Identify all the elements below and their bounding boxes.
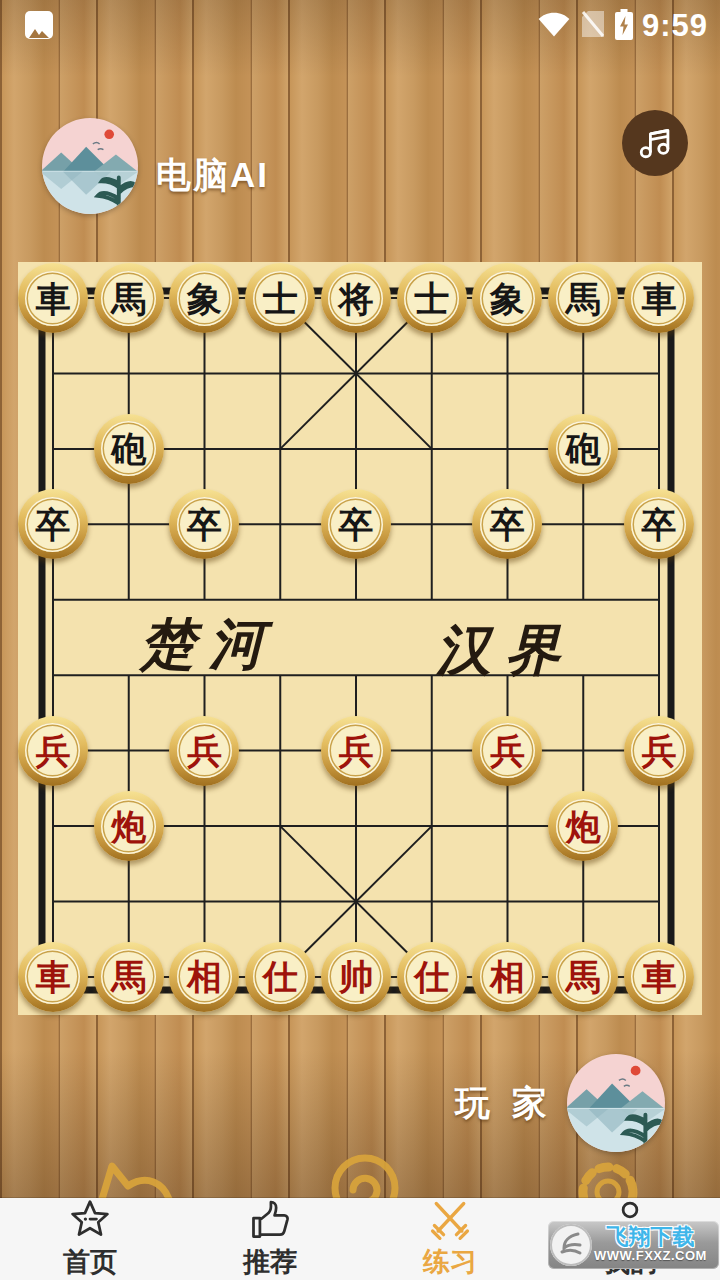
- star-icon: [67, 1198, 113, 1242]
- piece-black-象[interactable]: 象: [470, 260, 546, 335]
- piece-black-卒[interactable]: 卒: [470, 487, 546, 562]
- battery-charging-icon: [615, 9, 633, 44]
- undo-icon: [100, 1166, 170, 1198]
- top-player-name: 电脑AI: [156, 152, 269, 199]
- wifi-icon: [537, 10, 571, 42]
- piece-black-卒[interactable]: 卒: [15, 487, 91, 562]
- piece-red-兵[interactable]: 兵: [318, 713, 394, 788]
- piece-black-士[interactable]: 士: [242, 260, 318, 335]
- piece-grid: 車馬象士将士象馬車砲砲卒卒卒卒卒兵兵兵兵兵炮炮車馬相仕帅仕相馬車: [15, 260, 697, 1014]
- piece-red-車[interactable]: 車: [621, 939, 697, 1014]
- piece-black-砲[interactable]: 砲: [91, 411, 167, 486]
- piece-red-仕[interactable]: 仕: [242, 939, 318, 1014]
- thumbs-up-icon: [247, 1198, 293, 1242]
- piece-red-兵[interactable]: 兵: [470, 713, 546, 788]
- nav-item-recommend[interactable]: 推荐: [180, 1198, 360, 1280]
- watermark: 飞翔下载 WWW.FXXZ.COM: [548, 1221, 719, 1269]
- piece-red-兵[interactable]: 兵: [167, 713, 243, 788]
- top-player-avatar[interactable]: [42, 118, 138, 214]
- piece-black-馬[interactable]: 馬: [545, 260, 621, 335]
- settings-gear-icon: [583, 1167, 633, 1198]
- watermark-url: WWW.FXXZ.COM: [594, 1248, 707, 1264]
- piece-black-卒[interactable]: 卒: [167, 487, 243, 562]
- piece-red-炮[interactable]: 炮: [545, 788, 621, 863]
- crossed-swords-icon: [427, 1198, 473, 1242]
- nav-item-home[interactable]: 首页: [0, 1198, 180, 1280]
- piece-black-卒[interactable]: 卒: [621, 487, 697, 562]
- app-screen: 9:59 电脑AI: [0, 0, 720, 1280]
- piece-red-車[interactable]: 車: [15, 939, 91, 1014]
- nav-item-practice[interactable]: 练习: [360, 1198, 540, 1280]
- nav-label-home: 首页: [63, 1244, 117, 1280]
- piece-red-馬[interactable]: 馬: [545, 939, 621, 1014]
- watermark-title: 飞翔下载: [606, 1226, 694, 1248]
- bottom-player-avatar[interactable]: [567, 1054, 665, 1152]
- piece-black-砲[interactable]: 砲: [545, 411, 621, 486]
- piece-black-車[interactable]: 車: [621, 260, 697, 335]
- piece-red-兵[interactable]: 兵: [15, 713, 91, 788]
- piece-red-相[interactable]: 相: [167, 939, 243, 1014]
- bottom-player-row: 玩 家: [455, 1054, 665, 1152]
- piece-red-炮[interactable]: 炮: [91, 788, 167, 863]
- piece-red-相[interactable]: 相: [470, 939, 546, 1014]
- piece-black-将[interactable]: 将: [318, 260, 394, 335]
- photo-notification-icon: [25, 11, 53, 39]
- piece-black-象[interactable]: 象: [167, 260, 243, 335]
- watermark-logo-icon: [550, 1224, 592, 1266]
- piece-black-馬[interactable]: 馬: [91, 260, 167, 335]
- piece-black-卒[interactable]: 卒: [318, 487, 394, 562]
- xiangqi-board: 楚河 汉界 車馬象士将士象馬車砲砲卒卒卒卒卒兵兵兵兵兵炮炮車馬相仕帅仕相馬車: [18, 262, 702, 1015]
- music-button[interactable]: [622, 110, 688, 176]
- piece-black-車[interactable]: 車: [15, 260, 91, 335]
- nav-label-recommend: 推荐: [243, 1244, 297, 1280]
- no-sim-icon: [580, 9, 606, 43]
- top-player-row: 电脑AI: [42, 118, 269, 214]
- clock-time: 9:59: [642, 8, 708, 44]
- piece-red-兵[interactable]: 兵: [621, 713, 697, 788]
- status-bar: 9:59: [0, 0, 720, 48]
- music-note-icon: [635, 123, 675, 163]
- piece-red-馬[interactable]: 馬: [91, 939, 167, 1014]
- restart-icon: [335, 1158, 395, 1198]
- bottom-player-name: 玩 家: [455, 1080, 553, 1127]
- nav-label-practice: 练习: [423, 1244, 477, 1280]
- piece-red-仕[interactable]: 仕: [394, 939, 470, 1014]
- piece-red-帅[interactable]: 帅: [318, 939, 394, 1014]
- piece-black-士[interactable]: 士: [394, 260, 470, 335]
